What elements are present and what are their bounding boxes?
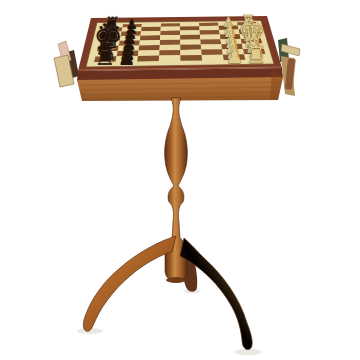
board-square[interactable]	[180, 55, 202, 61]
black-pawn[interactable]: ♟	[115, 49, 139, 69]
board-square[interactable]	[201, 44, 222, 49]
board-square[interactable]	[160, 35, 180, 40]
right-leg	[180, 238, 252, 350]
board-square[interactable]	[159, 50, 180, 56]
board-square[interactable]	[202, 55, 224, 61]
left-leg	[83, 236, 176, 331]
column-foot-cap	[166, 277, 186, 283]
board-square[interactable]	[200, 34, 221, 39]
table-svg	[0, 0, 360, 360]
board-square[interactable]	[180, 23, 199, 27]
board-square[interactable]	[138, 50, 160, 56]
board-square[interactable]	[160, 40, 181, 45]
board-square[interactable]	[137, 56, 159, 62]
board-square[interactable]	[180, 50, 201, 56]
board-square[interactable]	[180, 30, 200, 35]
board-square[interactable]	[180, 35, 200, 40]
board-square[interactable]	[140, 35, 160, 40]
board-square[interactable]	[160, 45, 181, 51]
board-square[interactable]	[180, 26, 200, 30]
board-square[interactable]	[159, 55, 181, 61]
board-square[interactable]	[139, 40, 160, 45]
board-square[interactable]	[160, 31, 180, 36]
board-square[interactable]	[199, 26, 219, 30]
board-square[interactable]	[139, 45, 160, 51]
board-square[interactable]	[180, 40, 201, 45]
board-square[interactable]	[161, 23, 180, 27]
chess-table-photo: ♜♟♟♜♞♟♟♞♝♟♟♝♛♟♟♚♚♟♟♛♝♟♟♝♞♟♟♞♜♟♟♜	[0, 0, 360, 360]
board-square[interactable]	[161, 27, 181, 31]
board-square[interactable]	[142, 24, 161, 28]
board-square[interactable]	[200, 30, 220, 35]
board-square[interactable]	[199, 23, 219, 27]
board-square[interactable]	[201, 49, 223, 55]
board-square[interactable]	[141, 27, 161, 31]
board-square[interactable]	[180, 45, 201, 51]
left-drawer[interactable]	[54, 41, 79, 87]
board-square[interactable]	[200, 39, 221, 44]
pedestal	[83, 98, 252, 350]
board-square[interactable]	[141, 31, 161, 36]
white-rook[interactable]: ♜	[242, 43, 271, 67]
